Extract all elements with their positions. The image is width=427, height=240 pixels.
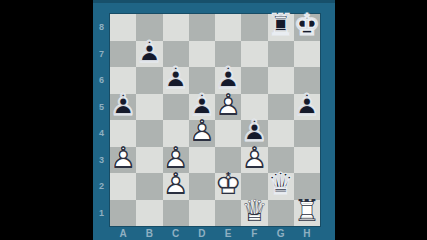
square-h7[interactable] [294, 41, 320, 68]
rank-label-2: 2 [93, 173, 110, 200]
black-queen-glyph-outline: ♕ [268, 169, 294, 200]
file-label-e: E [215, 226, 241, 240]
rank-label-5: 5 [93, 94, 110, 121]
piece-white-pawn-a3[interactable]: ♟♙ [110, 147, 136, 174]
piece-black-king-h8[interactable]: ♚♔ [294, 14, 320, 41]
square-g7[interactable] [268, 41, 294, 68]
square-a5[interactable]: ♟♙ [110, 94, 136, 121]
file-label-d: D [189, 226, 215, 240]
square-e4[interactable] [215, 120, 241, 147]
piece-white-rook-h1[interactable]: ♜♖ [294, 200, 320, 227]
piece-white-king-e2[interactable]: ♚♔ [215, 173, 241, 200]
piece-white-pawn-d4[interactable]: ♟♙ [189, 120, 215, 147]
square-c5[interactable] [163, 94, 189, 121]
square-f6[interactable] [241, 67, 267, 94]
square-e5[interactable]: ♟♙ [215, 94, 241, 121]
black-king-glyph-outline: ♔ [294, 10, 320, 41]
file-label-c: C [163, 226, 189, 240]
rank-label-4: 4 [93, 120, 110, 147]
piece-white-pawn-f3[interactable]: ♟♙ [241, 147, 267, 174]
square-h3[interactable] [294, 147, 320, 174]
square-f1[interactable]: ♛♕ [241, 200, 267, 227]
file-label-f: F [241, 226, 267, 240]
white-rook-glyph-outline: ♖ [294, 196, 320, 227]
black-pawn-glyph-outline: ♙ [163, 63, 189, 94]
square-e1[interactable] [215, 200, 241, 227]
square-h4[interactable] [294, 120, 320, 147]
file-label-h: H [294, 226, 320, 240]
rank-label-6: 6 [93, 67, 110, 94]
square-a1[interactable] [110, 200, 136, 227]
black-rook-glyph-outline: ♖ [268, 10, 294, 41]
letterbox-left [0, 0, 93, 240]
square-g5[interactable] [268, 94, 294, 121]
square-d1[interactable] [189, 200, 215, 227]
square-a8[interactable] [110, 14, 136, 41]
rank-labels: 87654321 [93, 14, 110, 226]
square-d3[interactable] [189, 147, 215, 174]
piece-black-pawn-c6[interactable]: ♟♙ [163, 67, 189, 94]
square-g8[interactable]: ♜♖ [268, 14, 294, 41]
file-label-a: A [110, 226, 136, 240]
piece-black-pawn-b7[interactable]: ♟♙ [136, 41, 162, 68]
board[interactable]: ♜♖♚♔♟♙♟♙♟♙♟♙♟♙♟♙♟♙♟♙♟♙♟♙♟♙♟♙♟♙♚♔♛♕♛♕♜♖ [110, 14, 320, 226]
white-pawn-glyph-outline: ♙ [215, 90, 241, 121]
piece-black-queen-g2[interactable]: ♛♕ [268, 173, 294, 200]
square-d8[interactable] [189, 14, 215, 41]
square-h8[interactable]: ♚♔ [294, 14, 320, 41]
square-e8[interactable] [215, 14, 241, 41]
square-b7[interactable]: ♟♙ [136, 41, 162, 68]
square-a2[interactable] [110, 173, 136, 200]
rank-label-1: 1 [93, 200, 110, 227]
square-g2[interactable]: ♛♕ [268, 173, 294, 200]
piece-white-pawn-c2[interactable]: ♟♙ [163, 173, 189, 200]
white-pawn-glyph-outline: ♙ [189, 116, 215, 147]
square-a3[interactable]: ♟♙ [110, 147, 136, 174]
square-b2[interactable] [136, 173, 162, 200]
black-pawn-glyph-outline: ♙ [294, 90, 320, 121]
square-c2[interactable]: ♟♙ [163, 173, 189, 200]
piece-black-pawn-a5[interactable]: ♟♙ [110, 94, 136, 121]
square-h1[interactable]: ♜♖ [294, 200, 320, 227]
square-c1[interactable] [163, 200, 189, 227]
square-c6[interactable]: ♟♙ [163, 67, 189, 94]
rank-label-3: 3 [93, 147, 110, 174]
square-b1[interactable] [136, 200, 162, 227]
square-g6[interactable] [268, 67, 294, 94]
rank-label-8: 8 [93, 14, 110, 41]
file-label-g: G [268, 226, 294, 240]
square-f3[interactable]: ♟♙ [241, 147, 267, 174]
square-h5[interactable]: ♟♙ [294, 94, 320, 121]
black-pawn-glyph-outline: ♙ [136, 37, 162, 68]
letterbox-right [335, 0, 427, 240]
square-f7[interactable] [241, 41, 267, 68]
square-d4[interactable]: ♟♙ [189, 120, 215, 147]
piece-white-queen-f1[interactable]: ♛♕ [241, 200, 267, 227]
square-b4[interactable] [136, 120, 162, 147]
black-pawn-glyph-outline: ♙ [110, 90, 136, 121]
square-a7[interactable] [110, 41, 136, 68]
white-pawn-glyph-outline: ♙ [163, 169, 189, 200]
square-d7[interactable] [189, 41, 215, 68]
square-c8[interactable] [163, 14, 189, 41]
file-labels: ABCDEFGH [110, 226, 320, 240]
file-label-b: B [136, 226, 162, 240]
rank-label-7: 7 [93, 41, 110, 68]
square-b3[interactable] [136, 147, 162, 174]
square-b6[interactable] [136, 67, 162, 94]
square-g1[interactable] [268, 200, 294, 227]
square-b5[interactable] [136, 94, 162, 121]
piece-black-rook-g8[interactable]: ♜♖ [268, 14, 294, 41]
square-g4[interactable] [268, 120, 294, 147]
square-f8[interactable] [241, 14, 267, 41]
square-d2[interactable] [189, 173, 215, 200]
white-pawn-glyph-outline: ♙ [241, 143, 267, 174]
piece-black-pawn-h5[interactable]: ♟♙ [294, 94, 320, 121]
white-pawn-glyph-outline: ♙ [110, 143, 136, 174]
piece-white-pawn-e5[interactable]: ♟♙ [215, 94, 241, 121]
white-king-glyph-outline: ♔ [215, 169, 241, 200]
white-queen-glyph-outline: ♕ [241, 196, 267, 227]
square-e2[interactable]: ♚♔ [215, 173, 241, 200]
chess-app-background: 87654321 ♜♖♚♔♟♙♟♙♟♙♟♙♟♙♟♙♟♙♟♙♟♙♟♙♟♙♟♙♟♙♚… [93, 0, 335, 240]
